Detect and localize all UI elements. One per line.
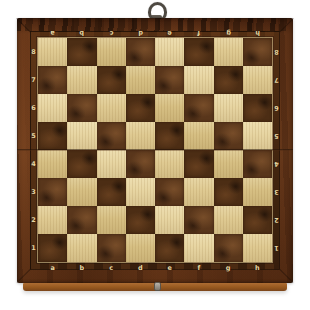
square-f2[interactable]	[184, 206, 213, 234]
square-e7[interactable]	[155, 66, 184, 94]
square-d2[interactable]	[126, 206, 155, 234]
square-h2[interactable]	[243, 206, 272, 234]
square-g1[interactable]	[214, 234, 243, 262]
square-b4[interactable]	[67, 150, 96, 178]
square-b8[interactable]	[67, 38, 96, 66]
frame-miter-bottom-right	[279, 269, 293, 283]
square-e5[interactable]	[155, 122, 184, 150]
square-g2[interactable]	[214, 206, 243, 234]
square-f8[interactable]	[184, 38, 213, 66]
square-e8[interactable]	[155, 38, 184, 66]
frame-miter-bottom-left	[17, 269, 31, 283]
square-c4[interactable]	[97, 150, 126, 178]
square-d3[interactable]	[126, 178, 155, 206]
square-e3[interactable]	[155, 178, 184, 206]
square-g4[interactable]	[214, 150, 243, 178]
square-g8[interactable]	[214, 38, 243, 66]
square-d5[interactable]	[126, 122, 155, 150]
square-c3[interactable]	[97, 178, 126, 206]
square-h1[interactable]	[243, 234, 272, 262]
square-h7[interactable]	[243, 66, 272, 94]
square-f7[interactable]	[184, 66, 213, 94]
square-a6[interactable]	[38, 94, 67, 122]
square-b5[interactable]	[67, 122, 96, 150]
square-d1[interactable]	[126, 234, 155, 262]
square-b6[interactable]	[67, 94, 96, 122]
square-a8[interactable]	[38, 38, 67, 66]
square-a2[interactable]	[38, 206, 67, 234]
square-d8[interactable]	[126, 38, 155, 66]
square-d6[interactable]	[126, 94, 155, 122]
square-c7[interactable]	[97, 66, 126, 94]
square-h8[interactable]	[243, 38, 272, 66]
square-e4[interactable]	[155, 150, 184, 178]
square-c8[interactable]	[97, 38, 126, 66]
square-a7[interactable]	[38, 66, 67, 94]
square-e1[interactable]	[155, 234, 184, 262]
square-d7[interactable]	[126, 66, 155, 94]
product-photo: abcdefgh abcdefgh 87654321 87654321	[0, 0, 310, 310]
square-a1[interactable]	[38, 234, 67, 262]
square-c2[interactable]	[97, 206, 126, 234]
square-c6[interactable]	[97, 94, 126, 122]
square-h3[interactable]	[243, 178, 272, 206]
square-g7[interactable]	[214, 66, 243, 94]
square-h6[interactable]	[243, 94, 272, 122]
frame-miter-top-left	[16, 18, 30, 32]
clasp-latch	[154, 282, 161, 291]
square-f5[interactable]	[184, 122, 213, 150]
frame-miter-top-right	[280, 18, 294, 32]
square-g5[interactable]	[214, 122, 243, 150]
square-c1[interactable]	[97, 234, 126, 262]
chess-board: abcdefgh abcdefgh 87654321 87654321	[17, 18, 293, 283]
square-e6[interactable]	[155, 94, 184, 122]
square-b3[interactable]	[67, 178, 96, 206]
square-b7[interactable]	[67, 66, 96, 94]
square-f4[interactable]	[184, 150, 213, 178]
fold-seam	[17, 149, 293, 151]
square-a5[interactable]	[38, 122, 67, 150]
square-b2[interactable]	[67, 206, 96, 234]
square-f6[interactable]	[184, 94, 213, 122]
square-h4[interactable]	[243, 150, 272, 178]
square-e2[interactable]	[155, 206, 184, 234]
square-a4[interactable]	[38, 150, 67, 178]
square-f3[interactable]	[184, 178, 213, 206]
square-f1[interactable]	[184, 234, 213, 262]
square-g3[interactable]	[214, 178, 243, 206]
square-a3[interactable]	[38, 178, 67, 206]
square-d4[interactable]	[126, 150, 155, 178]
square-h5[interactable]	[243, 122, 272, 150]
square-c5[interactable]	[97, 122, 126, 150]
square-b1[interactable]	[67, 234, 96, 262]
square-g6[interactable]	[214, 94, 243, 122]
